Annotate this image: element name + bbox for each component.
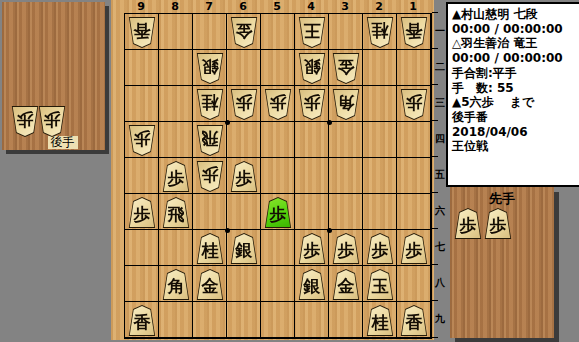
piece-gote-kei[interactable]: 桂 [196, 89, 224, 120]
square-5-2[interactable] [261, 50, 295, 86]
info-lines: ▲村山慈明 七段00:00 / 00:00:00△羽生善治 竜王00:00 / … [452, 7, 577, 154]
piece-kanji: 金 [230, 17, 258, 48]
square-1-2[interactable] [397, 50, 431, 86]
square-5-9[interactable] [261, 302, 295, 338]
shogi-board: 987654321 香金王桂香銀銀金桂歩歩歩角歩歩飛歩歩歩歩飛歩桂銀歩歩歩歩角金… [111, 0, 434, 340]
square-1-9[interactable]: 香 [397, 302, 431, 338]
square-1-3[interactable]: 歩 [397, 86, 431, 122]
piece-kanji: 銀 [298, 269, 326, 300]
piece-kanji: 歩 [230, 161, 258, 192]
piece-sente-gin[interactable]: 銀 [298, 269, 326, 300]
piece-kanji: 玉 [366, 269, 394, 300]
piece-kanji: 歩 [298, 89, 326, 120]
file-labels: 987654321 [124, 0, 432, 13]
square-2-4[interactable] [363, 122, 397, 158]
square-7-4[interactable]: 飛 [193, 122, 227, 158]
square-5-7[interactable] [261, 230, 295, 266]
piece-gote-fu[interactable]: 歩 [400, 89, 428, 120]
square-9-4[interactable]: 歩 [125, 122, 159, 158]
piece-sente-gin[interactable]: 銀 [230, 233, 258, 264]
piece-sente-kyo[interactable]: 香 [128, 305, 156, 336]
square-3-6[interactable] [329, 194, 363, 230]
file-label-6: 6 [226, 0, 260, 13]
square-3-3[interactable]: 角 [329, 86, 363, 122]
piece-sente-kaku[interactable]: 角 [162, 269, 190, 300]
piece-kanji: 桂 [366, 305, 394, 336]
info-line-5: 手合割:平手 [452, 66, 577, 81]
rank-labels: 一二三四五六七八九 [433, 13, 447, 337]
piece-kanji: 銀 [230, 233, 258, 264]
square-7-5[interactable]: 歩 [193, 158, 227, 194]
square-5-3[interactable]: 歩 [261, 86, 295, 122]
piece-kanji: 歩 [196, 161, 224, 192]
square-8-5[interactable]: 歩 [159, 158, 193, 194]
square-9-8[interactable] [125, 266, 159, 302]
piece-kanji: 歩 [230, 89, 258, 120]
piece-kanji: 桂 [366, 17, 394, 48]
square-2-6[interactable] [363, 194, 397, 230]
square-4-1[interactable]: 王 [295, 14, 329, 50]
square-6-5[interactable]: 歩 [227, 158, 261, 194]
piece-sente-gyoku[interactable]: 玉 [366, 269, 394, 300]
piece-kanji: 歩 [264, 89, 292, 120]
square-6-6[interactable] [227, 194, 261, 230]
piece-kanji: 桂 [196, 89, 224, 120]
piece-gote-ou[interactable]: 王 [298, 17, 326, 48]
piece-kanji: 歩 [400, 233, 428, 264]
piece-kanji: 歩 [38, 106, 66, 137]
square-7-2[interactable]: 銀 [193, 50, 227, 86]
info-line-2: 00:00 / 00:00:00 [452, 22, 577, 37]
piece-kanji: 金 [196, 269, 224, 300]
piece-gote-fu[interactable]: 歩 [128, 125, 156, 156]
square-4-4[interactable] [295, 122, 329, 158]
piece-kanji: 角 [162, 269, 190, 300]
piece-sente-fu[interactable]: 歩 [128, 197, 156, 228]
rank-label-2: 二 [433, 49, 447, 85]
square-7-7[interactable]: 桂 [193, 230, 227, 266]
square-7-3[interactable]: 桂 [193, 86, 227, 122]
square-8-2[interactable] [159, 50, 193, 86]
info-line-10: 王位戦 [452, 139, 577, 154]
file-label-2: 2 [362, 0, 396, 13]
square-3-5[interactable] [329, 158, 363, 194]
piece-kanji: 香 [400, 305, 428, 336]
piece-gote-fu[interactable]: 歩 [298, 89, 326, 120]
sente-hand-tray: 先手 歩歩 [450, 187, 554, 338]
square-9-3[interactable] [125, 86, 159, 122]
rank-label-4: 四 [433, 121, 447, 157]
piece-sente-kei[interactable]: 桂 [366, 305, 394, 336]
square-2-9[interactable]: 桂 [363, 302, 397, 338]
piece-kanji: 歩 [162, 161, 190, 192]
square-1-8[interactable] [397, 266, 431, 302]
info-line-3: △羽生善治 竜王 [452, 36, 577, 51]
piece-kanji: 香 [128, 305, 156, 336]
piece-kanji: 歩 [128, 125, 156, 156]
piece-sente-kin[interactable]: 金 [196, 269, 224, 300]
file-label-1: 1 [396, 0, 430, 13]
square-1-6[interactable] [397, 194, 431, 230]
square-9-7[interactable] [125, 230, 159, 266]
piece-kanji: 歩 [366, 233, 394, 264]
square-1-4[interactable] [397, 122, 431, 158]
piece-kanji: 飛 [196, 125, 224, 156]
piece-gote-fu[interactable]: 歩 [11, 106, 39, 137]
piece-kanji: 王 [298, 17, 326, 48]
info-line-8: 後手番 [452, 110, 577, 125]
square-8-1[interactable] [159, 14, 193, 50]
info-line-9: 2018/04/06 [452, 125, 577, 140]
piece-sente-fu[interactable]: 歩 [264, 197, 292, 228]
square-6-4[interactable] [227, 122, 261, 158]
piece-kanji: 金 [332, 53, 360, 84]
square-3-7[interactable]: 歩 [329, 230, 363, 266]
square-5-4[interactable] [261, 122, 295, 158]
file-label-3: 3 [328, 0, 362, 13]
file-label-5: 5 [260, 0, 294, 13]
square-9-1[interactable]: 香 [125, 14, 159, 50]
square-8-7[interactable] [159, 230, 193, 266]
square-2-8[interactable]: 玉 [363, 266, 397, 302]
square-8-6[interactable]: 飛 [159, 194, 193, 230]
rank-label-1: 一 [433, 13, 447, 49]
square-6-8[interactable] [227, 266, 261, 302]
square-3-9[interactable] [329, 302, 363, 338]
hoshi-dot [327, 120, 332, 125]
piece-sente-kyo[interactable]: 香 [400, 305, 428, 336]
square-3-1[interactable] [329, 14, 363, 50]
info-line-6: 手 数: 55 [452, 81, 577, 96]
piece-gote-fu[interactable]: 歩 [264, 89, 292, 120]
piece-kanji: 飛 [162, 197, 190, 228]
square-5-1[interactable] [261, 14, 295, 50]
square-4-6[interactable] [295, 194, 329, 230]
piece-sente-fu[interactable]: 歩 [484, 208, 512, 239]
info-line-1: ▲村山慈明 七段 [452, 7, 577, 22]
piece-kanji: 歩 [400, 89, 428, 120]
square-4-7[interactable]: 歩 [295, 230, 329, 266]
rank-label-9: 九 [433, 301, 447, 337]
square-1-7[interactable]: 歩 [397, 230, 431, 266]
square-8-4[interactable] [159, 122, 193, 158]
piece-kanji: 歩 [454, 208, 482, 239]
square-5-6[interactable]: 歩 [261, 194, 295, 230]
rank-label-6: 六 [433, 193, 447, 229]
square-2-2[interactable] [363, 50, 397, 86]
piece-sente-fu[interactable]: 歩 [162, 161, 190, 192]
square-1-1[interactable]: 香 [397, 14, 431, 50]
square-3-4[interactable] [329, 122, 363, 158]
square-4-9[interactable] [295, 302, 329, 338]
piece-gote-kaku[interactable]: 角 [332, 89, 360, 120]
square-8-8[interactable]: 角 [159, 266, 193, 302]
piece-kanji: 歩 [128, 197, 156, 228]
piece-kanji: 香 [400, 17, 428, 48]
piece-sente-fu[interactable]: 歩 [230, 161, 258, 192]
square-7-9[interactable] [193, 302, 227, 338]
piece-kanji: 桂 [196, 233, 224, 264]
file-label-4: 4 [294, 0, 328, 13]
file-label-7: 7 [192, 0, 226, 13]
info-line-7: ▲5六歩 まで [452, 95, 577, 110]
piece-kanji: 銀 [196, 53, 224, 84]
piece-gote-gin[interactable]: 銀 [196, 53, 224, 84]
square-6-3[interactable]: 歩 [227, 86, 261, 122]
file-label-8: 8 [158, 0, 192, 13]
hoshi-dot [327, 228, 332, 233]
square-2-7[interactable]: 歩 [363, 230, 397, 266]
piece-gote-fu[interactable]: 歩 [38, 106, 66, 137]
piece-kanji: 銀 [298, 53, 326, 84]
piece-gote-fu[interactable]: 歩 [196, 161, 224, 192]
piece-sente-fu[interactable]: 歩 [366, 233, 394, 264]
rank-label-8: 八 [433, 265, 447, 301]
info-line-4: 00:00 / 00:00:00 [452, 51, 577, 66]
piece-sente-hi[interactable]: 飛 [162, 197, 190, 228]
piece-sente-kei[interactable]: 桂 [196, 233, 224, 264]
square-7-1[interactable] [193, 14, 227, 50]
piece-gote-fu[interactable]: 歩 [230, 89, 258, 120]
file-label-9: 9 [124, 0, 158, 13]
rank-label-7: 七 [433, 229, 447, 265]
piece-kanji: 金 [332, 269, 360, 300]
square-4-5[interactable] [295, 158, 329, 194]
square-1-5[interactable] [397, 158, 431, 194]
piece-kanji: 歩 [264, 197, 292, 228]
piece-kanji: 角 [332, 89, 360, 120]
piece-kanji: 歩 [298, 233, 326, 264]
square-6-1[interactable]: 金 [227, 14, 261, 50]
piece-kanji: 香 [128, 17, 156, 48]
gote-tray-label: 後手 [48, 136, 78, 149]
piece-gote-kin[interactable]: 金 [230, 17, 258, 48]
gote-hand-tray: 歩歩 後手 [2, 2, 105, 150]
rank-label-5: 五 [433, 157, 447, 193]
square-2-5[interactable] [363, 158, 397, 194]
square-2-3[interactable] [363, 86, 397, 122]
square-4-2[interactable]: 銀 [295, 50, 329, 86]
square-2-1[interactable]: 桂 [363, 14, 397, 50]
square-9-5[interactable] [125, 158, 159, 194]
piece-sente-fu[interactable]: 歩 [332, 233, 360, 264]
hoshi-dot [225, 228, 230, 233]
square-6-7[interactable]: 銀 [227, 230, 261, 266]
square-3-2[interactable]: 金 [329, 50, 363, 86]
square-6-9[interactable] [227, 302, 261, 338]
piece-kanji: 歩 [332, 233, 360, 264]
piece-kanji: 歩 [484, 208, 512, 239]
piece-gote-kei[interactable]: 桂 [366, 17, 394, 48]
rank-label-3: 三 [433, 85, 447, 121]
square-9-6[interactable]: 歩 [125, 194, 159, 230]
square-5-5[interactable] [261, 158, 295, 194]
piece-gote-hi[interactable]: 飛 [196, 125, 224, 156]
board-grid: 香金王桂香銀銀金桂歩歩歩角歩歩飛歩歩歩歩飛歩桂銀歩歩歩歩角金銀金玉香桂香 [124, 13, 432, 339]
square-4-8[interactable]: 銀 [295, 266, 329, 302]
square-9-9[interactable]: 香 [125, 302, 159, 338]
piece-sente-fu[interactable]: 歩 [454, 208, 482, 239]
square-3-8[interactable]: 金 [329, 266, 363, 302]
square-8-9[interactable] [159, 302, 193, 338]
piece-gote-gin[interactable]: 銀 [298, 53, 326, 84]
piece-sente-fu[interactable]: 歩 [400, 233, 428, 264]
game-info-panel: ▲村山慈明 七段00:00 / 00:00:00△羽生善治 竜王00:00 / … [446, 2, 579, 187]
piece-sente-kin[interactable]: 金 [332, 269, 360, 300]
piece-gote-kin[interactable]: 金 [332, 53, 360, 84]
square-7-8[interactable]: 金 [193, 266, 227, 302]
piece-gote-kyo[interactable]: 香 [400, 17, 428, 48]
sente-tray-label: 先手 [450, 190, 554, 208]
piece-kanji: 歩 [11, 106, 39, 137]
square-9-2[interactable] [125, 50, 159, 86]
square-4-3[interactable]: 歩 [295, 86, 329, 122]
piece-gote-kyo[interactable]: 香 [128, 17, 156, 48]
square-5-8[interactable] [261, 266, 295, 302]
square-6-2[interactable] [227, 50, 261, 86]
piece-sente-fu[interactable]: 歩 [298, 233, 326, 264]
square-7-6[interactable] [193, 194, 227, 230]
hoshi-dot [225, 120, 230, 125]
square-8-3[interactable] [159, 86, 193, 122]
